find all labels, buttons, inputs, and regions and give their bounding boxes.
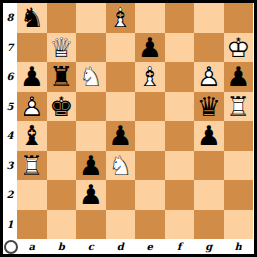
square-b4[interactable] bbox=[47, 121, 77, 151]
black-pawn: ♟ bbox=[106, 121, 136, 151]
white-rook: ♜♖ bbox=[224, 92, 254, 122]
black-king: ♚ bbox=[47, 92, 77, 122]
square-d1[interactable] bbox=[106, 210, 136, 240]
square-d2[interactable] bbox=[106, 180, 136, 210]
square-d6[interactable] bbox=[106, 62, 136, 92]
square-b6[interactable]: ♜ bbox=[47, 62, 77, 92]
black-knight: ♞ bbox=[17, 3, 47, 33]
white-knight: ♞♘ bbox=[76, 62, 106, 92]
square-d8[interactable]: ♝♗ bbox=[106, 3, 136, 33]
black-pawn: ♟ bbox=[76, 151, 106, 181]
white-king: ♚♔ bbox=[224, 33, 254, 63]
file-label-b: b bbox=[47, 239, 77, 254]
square-c8[interactable] bbox=[76, 3, 106, 33]
white-queen: ♛♕ bbox=[47, 33, 77, 63]
square-g3[interactable] bbox=[194, 151, 224, 181]
square-d7[interactable] bbox=[106, 33, 136, 63]
square-c6[interactable]: ♞♘ bbox=[76, 62, 106, 92]
square-c2[interactable]: ♟ bbox=[76, 180, 106, 210]
rank-label-3: 3 bbox=[3, 151, 17, 181]
square-e7[interactable]: ♟ bbox=[135, 33, 165, 63]
square-e2[interactable] bbox=[135, 180, 165, 210]
file-label-a: a bbox=[17, 239, 47, 254]
square-g6[interactable]: ♟♙ bbox=[194, 62, 224, 92]
square-b5[interactable]: ♚ bbox=[47, 92, 77, 122]
square-g2[interactable] bbox=[194, 180, 224, 210]
black-rook: ♜ bbox=[47, 62, 77, 92]
square-e5[interactable] bbox=[135, 92, 165, 122]
square-f3[interactable] bbox=[165, 151, 195, 181]
rank-labels: 87654321 bbox=[3, 3, 17, 239]
chess-board: ♞♝♗♛♕♟♚♔♟♜♞♘♝♗♟♙♟♟♙♚♛♜♖♝♟♟♜♖♟♞♘♟ bbox=[17, 3, 253, 239]
file-label-c: c bbox=[76, 239, 106, 254]
file-label-h: h bbox=[224, 239, 254, 254]
square-a4[interactable]: ♝ bbox=[17, 121, 47, 151]
file-label-g: g bbox=[194, 239, 224, 254]
square-a6[interactable]: ♟ bbox=[17, 62, 47, 92]
white-pawn: ♟♙ bbox=[194, 62, 224, 92]
square-d5[interactable] bbox=[106, 92, 136, 122]
square-h3[interactable] bbox=[224, 151, 254, 181]
square-c5[interactable] bbox=[76, 92, 106, 122]
square-a2[interactable] bbox=[17, 180, 47, 210]
side-to-move-indicator bbox=[4, 240, 18, 254]
black-pawn: ♟ bbox=[135, 33, 165, 63]
white-rook: ♜♖ bbox=[17, 151, 47, 181]
rank-label-8: 8 bbox=[3, 3, 17, 33]
white-knight: ♞♘ bbox=[106, 151, 136, 181]
black-queen: ♛ bbox=[194, 92, 224, 122]
rank-label-5: 5 bbox=[3, 92, 17, 122]
black-bishop: ♝ bbox=[17, 121, 47, 151]
square-a3[interactable]: ♜♖ bbox=[17, 151, 47, 181]
square-b3[interactable] bbox=[47, 151, 77, 181]
square-e1[interactable] bbox=[135, 210, 165, 240]
black-pawn: ♟ bbox=[224, 62, 254, 92]
square-c1[interactable] bbox=[76, 210, 106, 240]
square-g4[interactable]: ♟ bbox=[194, 121, 224, 151]
file-label-e: e bbox=[135, 239, 165, 254]
square-h6[interactable]: ♟ bbox=[224, 62, 254, 92]
rank-label-6: 6 bbox=[3, 62, 17, 92]
square-g5[interactable]: ♛ bbox=[194, 92, 224, 122]
black-pawn: ♟ bbox=[194, 121, 224, 151]
square-h8[interactable] bbox=[224, 3, 254, 33]
square-d4[interactable]: ♟ bbox=[106, 121, 136, 151]
square-f6[interactable] bbox=[165, 62, 195, 92]
white-bishop: ♝♗ bbox=[135, 62, 165, 92]
square-h5[interactable]: ♜♖ bbox=[224, 92, 254, 122]
chess-diagram: 87654321 ♞♝♗♛♕♟♚♔♟♜♞♘♝♗♟♙♟♟♙♚♛♜♖♝♟♟♜♖♟♞♘… bbox=[0, 0, 257, 257]
square-f8[interactable] bbox=[165, 3, 195, 33]
rank-label-7: 7 bbox=[3, 33, 17, 63]
square-a7[interactable] bbox=[17, 33, 47, 63]
black-pawn: ♟ bbox=[76, 180, 106, 210]
square-f7[interactable] bbox=[165, 33, 195, 63]
square-a8[interactable]: ♞ bbox=[17, 3, 47, 33]
square-f1[interactable] bbox=[165, 210, 195, 240]
rank-label-4: 4 bbox=[3, 121, 17, 151]
square-g8[interactable] bbox=[194, 3, 224, 33]
square-e4[interactable] bbox=[135, 121, 165, 151]
file-label-f: f bbox=[165, 239, 195, 254]
square-d3[interactable]: ♞♘ bbox=[106, 151, 136, 181]
square-h1[interactable] bbox=[224, 210, 254, 240]
file-label-d: d bbox=[106, 239, 136, 254]
square-c7[interactable] bbox=[76, 33, 106, 63]
square-c3[interactable]: ♟ bbox=[76, 151, 106, 181]
white-pawn: ♟♙ bbox=[17, 92, 47, 122]
square-e8[interactable] bbox=[135, 3, 165, 33]
square-h2[interactable] bbox=[224, 180, 254, 210]
square-g7[interactable] bbox=[194, 33, 224, 63]
square-b7[interactable]: ♛♕ bbox=[47, 33, 77, 63]
square-a1[interactable] bbox=[17, 210, 47, 240]
rank-label-1: 1 bbox=[3, 210, 17, 240]
square-c4[interactable] bbox=[76, 121, 106, 151]
square-f4[interactable] bbox=[165, 121, 195, 151]
black-pawn: ♟ bbox=[17, 62, 47, 92]
square-f5[interactable] bbox=[165, 92, 195, 122]
square-g1[interactable] bbox=[194, 210, 224, 240]
square-a5[interactable]: ♟♙ bbox=[17, 92, 47, 122]
square-b2[interactable] bbox=[47, 180, 77, 210]
square-h4[interactable] bbox=[224, 121, 254, 151]
square-h7[interactable]: ♚♔ bbox=[224, 33, 254, 63]
square-e3[interactable] bbox=[135, 151, 165, 181]
square-b1[interactable] bbox=[47, 210, 77, 240]
square-e6[interactable]: ♝♗ bbox=[135, 62, 165, 92]
white-bishop: ♝♗ bbox=[106, 3, 136, 33]
square-f2[interactable] bbox=[165, 180, 195, 210]
square-b8[interactable] bbox=[47, 3, 77, 33]
rank-label-2: 2 bbox=[3, 180, 17, 210]
file-labels: abcdefgh bbox=[17, 239, 253, 254]
